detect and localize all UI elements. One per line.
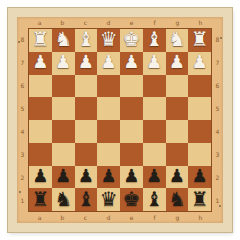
file-label-e: e bbox=[120, 212, 143, 223]
black-rook[interactable]: ♜ bbox=[191, 189, 209, 209]
rank-label-6: 6 bbox=[212, 74, 223, 97]
square-d6[interactable] bbox=[97, 75, 120, 98]
black-pawn[interactable]: ♟ bbox=[32, 167, 48, 185]
file-label-h: h bbox=[189, 17, 212, 28]
black-pawn[interactable]: ♟ bbox=[192, 167, 208, 185]
screw-dot bbox=[19, 191, 21, 193]
file-label-d: d bbox=[97, 212, 120, 223]
square-f4[interactable] bbox=[143, 120, 166, 143]
square-a7[interactable]: ♟ bbox=[29, 52, 52, 75]
square-g1[interactable]: ♞ bbox=[166, 188, 189, 211]
square-d2[interactable]: ♟ bbox=[97, 166, 120, 189]
white-pawn[interactable]: ♟ bbox=[192, 53, 208, 71]
square-e2[interactable]: ♟ bbox=[120, 166, 143, 189]
square-a2[interactable]: ♟ bbox=[29, 166, 52, 189]
file-label-b: b bbox=[51, 212, 74, 223]
file-label-a: a bbox=[28, 17, 51, 28]
square-c2[interactable]: ♟ bbox=[75, 166, 98, 189]
rank-label-4: 4 bbox=[212, 120, 223, 143]
rank-label-7: 7 bbox=[212, 51, 223, 74]
file-labels-bottom: abcdefgh bbox=[28, 212, 212, 223]
white-pawn[interactable]: ♟ bbox=[78, 53, 94, 71]
file-label-b: b bbox=[51, 17, 74, 28]
black-pawn[interactable]: ♟ bbox=[123, 167, 139, 185]
square-a3[interactable] bbox=[29, 143, 52, 166]
rank-label-6: 6 bbox=[17, 74, 28, 97]
file-label-g: g bbox=[166, 17, 189, 28]
square-a5[interactable] bbox=[29, 97, 52, 120]
rank-labels-left: 87654321 bbox=[17, 28, 28, 212]
rank-label-7: 7 bbox=[17, 51, 28, 74]
square-d5[interactable] bbox=[97, 97, 120, 120]
white-bishop[interactable]: ♝ bbox=[145, 29, 163, 49]
square-f6[interactable] bbox=[143, 75, 166, 98]
square-f7[interactable]: ♟ bbox=[143, 52, 166, 75]
square-e3[interactable] bbox=[120, 143, 143, 166]
file-label-f: f bbox=[143, 212, 166, 223]
black-bishop[interactable]: ♝ bbox=[145, 189, 163, 209]
square-a6[interactable] bbox=[29, 75, 52, 98]
square-h1[interactable]: ♜ bbox=[188, 188, 211, 211]
square-f2[interactable]: ♟ bbox=[143, 166, 166, 189]
square-b4[interactable] bbox=[52, 120, 75, 143]
chess-board: ♜♞♝♛♚♝♞♜♟♟♟♟♟♟♟♟♟♟♟♟♟♟♟♟♜♞♝♛♚♝♞♜ bbox=[28, 28, 212, 212]
square-c8[interactable]: ♝ bbox=[75, 29, 98, 52]
white-bishop[interactable]: ♝ bbox=[77, 29, 95, 49]
white-knight[interactable]: ♞ bbox=[168, 29, 186, 49]
square-f3[interactable] bbox=[143, 143, 166, 166]
square-e6[interactable] bbox=[120, 75, 143, 98]
white-rook[interactable]: ♜ bbox=[31, 29, 49, 49]
white-king[interactable]: ♚ bbox=[122, 29, 140, 49]
square-b1[interactable]: ♞ bbox=[52, 188, 75, 211]
black-pawn[interactable]: ♟ bbox=[78, 167, 94, 185]
square-d7[interactable]: ♟ bbox=[97, 52, 120, 75]
square-g4[interactable] bbox=[166, 120, 189, 143]
file-label-f: f bbox=[143, 17, 166, 28]
black-pawn[interactable]: ♟ bbox=[101, 167, 117, 185]
screw-dot bbox=[219, 205, 221, 207]
rank-label-3: 3 bbox=[212, 143, 223, 166]
square-g7[interactable]: ♟ bbox=[166, 52, 189, 75]
square-b8[interactable]: ♞ bbox=[52, 29, 75, 52]
square-e1[interactable]: ♚ bbox=[120, 188, 143, 211]
black-knight[interactable]: ♞ bbox=[54, 189, 72, 209]
square-f1[interactable]: ♝ bbox=[143, 188, 166, 211]
product-photo: abcdefgh abcdefgh 87654321 87654321 ♜♞♝♛… bbox=[0, 0, 240, 240]
rank-label-3: 3 bbox=[17, 143, 28, 166]
rank-label-1: 1 bbox=[212, 189, 223, 212]
white-knight[interactable]: ♞ bbox=[54, 29, 72, 49]
white-queen[interactable]: ♛ bbox=[100, 29, 118, 49]
rank-label-8: 8 bbox=[17, 28, 28, 51]
rank-label-2: 2 bbox=[212, 166, 223, 189]
square-a4[interactable] bbox=[29, 120, 52, 143]
square-f5[interactable] bbox=[143, 97, 166, 120]
white-rook[interactable]: ♜ bbox=[191, 29, 209, 49]
square-h6[interactable] bbox=[188, 75, 211, 98]
rank-label-8: 8 bbox=[212, 28, 223, 51]
black-rook[interactable]: ♜ bbox=[31, 189, 49, 209]
white-pawn[interactable]: ♟ bbox=[32, 53, 48, 71]
black-king[interactable]: ♚ bbox=[122, 189, 140, 209]
square-d1[interactable]: ♛ bbox=[97, 188, 120, 211]
black-pawn[interactable]: ♟ bbox=[146, 167, 162, 185]
rank-labels-right: 87654321 bbox=[212, 28, 223, 212]
file-label-d: d bbox=[97, 17, 120, 28]
square-c3[interactable] bbox=[75, 143, 98, 166]
square-a8[interactable]: ♜ bbox=[29, 29, 52, 52]
file-labels-top: abcdefgh bbox=[28, 17, 212, 28]
rank-label-2: 2 bbox=[17, 166, 28, 189]
square-b5[interactable] bbox=[52, 97, 75, 120]
black-bishop[interactable]: ♝ bbox=[77, 189, 95, 209]
square-h2[interactable]: ♟ bbox=[188, 166, 211, 189]
square-h7[interactable]: ♟ bbox=[188, 52, 211, 75]
file-label-a: a bbox=[28, 212, 51, 223]
square-g6[interactable] bbox=[166, 75, 189, 98]
black-pawn[interactable]: ♟ bbox=[169, 167, 185, 185]
square-g5[interactable] bbox=[166, 97, 189, 120]
file-label-c: c bbox=[74, 212, 97, 223]
file-label-g: g bbox=[166, 212, 189, 223]
square-a1[interactable]: ♜ bbox=[29, 188, 52, 211]
white-pawn[interactable]: ♟ bbox=[146, 53, 162, 71]
demo-board-frame: abcdefgh abcdefgh 87654321 87654321 ♜♞♝♛… bbox=[8, 8, 232, 232]
square-h8[interactable]: ♜ bbox=[188, 29, 211, 52]
rank-label-4: 4 bbox=[17, 120, 28, 143]
square-c7[interactable]: ♟ bbox=[75, 52, 98, 75]
square-g8[interactable]: ♞ bbox=[166, 29, 189, 52]
black-queen[interactable]: ♛ bbox=[100, 189, 118, 209]
square-e8[interactable]: ♚ bbox=[120, 29, 143, 52]
square-g2[interactable]: ♟ bbox=[166, 166, 189, 189]
square-e7[interactable]: ♟ bbox=[120, 52, 143, 75]
white-pawn[interactable]: ♟ bbox=[169, 53, 185, 71]
file-label-c: c bbox=[74, 17, 97, 28]
square-e5[interactable] bbox=[120, 97, 143, 120]
square-c5[interactable] bbox=[75, 97, 98, 120]
white-pawn[interactable]: ♟ bbox=[123, 53, 139, 71]
square-c1[interactable]: ♝ bbox=[75, 188, 98, 211]
square-f8[interactable]: ♝ bbox=[143, 29, 166, 52]
square-b7[interactable]: ♟ bbox=[52, 52, 75, 75]
square-g3[interactable] bbox=[166, 143, 189, 166]
rank-label-5: 5 bbox=[212, 97, 223, 120]
rank-label-5: 5 bbox=[17, 97, 28, 120]
square-d8[interactable]: ♛ bbox=[97, 29, 120, 52]
square-c6[interactable] bbox=[75, 75, 98, 98]
file-label-e: e bbox=[120, 17, 143, 28]
file-label-h: h bbox=[189, 212, 212, 223]
square-h3[interactable] bbox=[188, 143, 211, 166]
square-d4[interactable] bbox=[97, 120, 120, 143]
square-d3[interactable] bbox=[97, 143, 120, 166]
square-b3[interactable] bbox=[52, 143, 75, 166]
square-e4[interactable] bbox=[120, 120, 143, 143]
square-b6[interactable] bbox=[52, 75, 75, 98]
black-pawn[interactable]: ♟ bbox=[55, 167, 71, 185]
black-knight[interactable]: ♞ bbox=[168, 189, 186, 209]
square-h5[interactable] bbox=[188, 97, 211, 120]
screw-dot bbox=[18, 41, 20, 43]
square-h4[interactable] bbox=[188, 120, 211, 143]
white-pawn[interactable]: ♟ bbox=[55, 53, 71, 71]
square-c4[interactable] bbox=[75, 120, 98, 143]
white-pawn[interactable]: ♟ bbox=[101, 53, 117, 71]
screw-dot bbox=[220, 37, 222, 39]
square-b2[interactable]: ♟ bbox=[52, 166, 75, 189]
